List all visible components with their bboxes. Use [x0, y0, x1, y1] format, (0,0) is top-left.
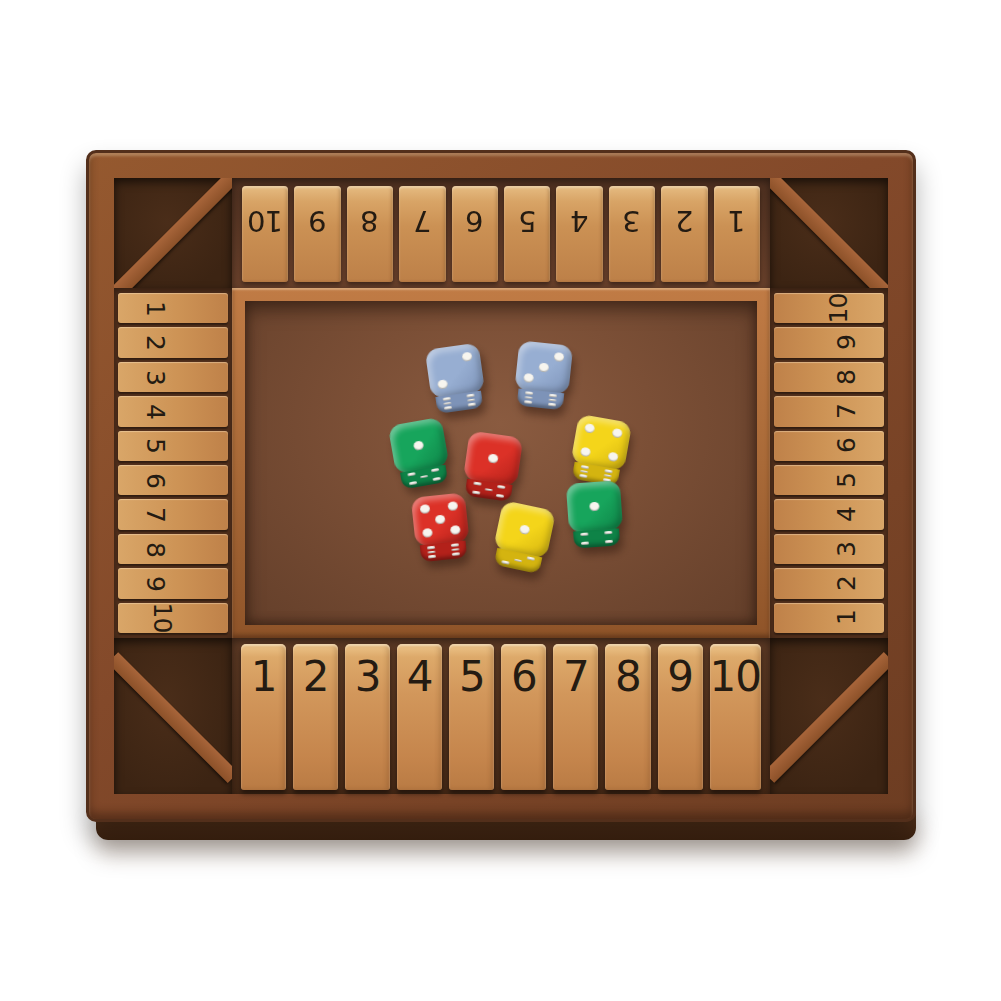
- tile-east-8[interactable]: 8: [774, 362, 884, 392]
- tile-number: 10: [827, 293, 852, 323]
- die-pip: [468, 403, 476, 407]
- die-green-2[interactable]: [565, 481, 623, 550]
- die-pip-empty: [591, 447, 607, 462]
- die-pip: [452, 548, 460, 551]
- die-pip: [584, 422, 596, 433]
- die-pip-empty: [523, 359, 538, 373]
- die-pip-empty: [586, 488, 601, 501]
- die-pip-empty: [522, 564, 535, 571]
- tile-number: 8: [834, 370, 859, 385]
- tile-track-north: 10987654321: [232, 178, 770, 288]
- die-pip-empty: [419, 515, 434, 529]
- die-pip: [419, 504, 430, 514]
- tile-north-3[interactable]: 3: [609, 186, 655, 282]
- tile-number: 5: [143, 438, 168, 453]
- corner-pocket-southeast: [770, 638, 888, 794]
- die-blue-1[interactable]: [425, 343, 488, 415]
- tile-number: 2: [143, 335, 168, 350]
- die-pip: [444, 402, 452, 406]
- die-pip: [422, 529, 433, 539]
- die-pip: [607, 451, 619, 462]
- die-pip: [579, 474, 587, 478]
- tile-west-4[interactable]: 4: [118, 396, 228, 426]
- die-top-face-5: [411, 493, 470, 547]
- tile-west-1[interactable]: 1: [118, 293, 228, 323]
- die-pip: [428, 555, 436, 558]
- die-pip: [525, 401, 533, 404]
- die-pip: [450, 526, 461, 536]
- tile-north-8[interactable]: 8: [347, 186, 393, 282]
- die-yellow-2[interactable]: [490, 500, 556, 575]
- tile-number: 9: [834, 335, 859, 350]
- tile-south-6[interactable]: 6: [501, 644, 546, 790]
- tile-west-5[interactable]: 5: [118, 431, 228, 461]
- die-pip: [549, 403, 557, 406]
- tile-north-5[interactable]: 5: [504, 186, 550, 282]
- die-pip: [580, 469, 588, 473]
- die-pip-empty: [511, 562, 524, 569]
- die-pip-empty: [431, 501, 446, 515]
- die-pip-empty: [438, 553, 450, 559]
- tile-east-9[interactable]: 9: [774, 327, 884, 357]
- tile-number: 5: [519, 206, 536, 235]
- die-pip: [539, 363, 550, 373]
- tile-number: 4: [571, 206, 588, 235]
- die-pip: [410, 481, 418, 485]
- tile-south-1[interactable]: 1: [241, 644, 286, 790]
- tile-north-6[interactable]: 6: [452, 186, 498, 282]
- die-pip: [581, 465, 589, 469]
- tile-east-5[interactable]: 5: [774, 465, 884, 495]
- die-red-1[interactable]: [461, 430, 524, 502]
- tile-west-2[interactable]: 2: [118, 327, 228, 357]
- tile-number: 3: [355, 656, 381, 698]
- tile-south-10[interactable]: 10: [710, 644, 761, 790]
- die-pip-empty: [483, 482, 496, 488]
- tile-number: 1: [728, 206, 745, 235]
- die-pip: [581, 542, 589, 545]
- die-pip: [444, 407, 452, 411]
- die-pip: [467, 394, 475, 398]
- tile-east-10[interactable]: 10: [774, 293, 884, 323]
- tile-south-7[interactable]: 7: [553, 644, 598, 790]
- die-pip: [434, 515, 445, 525]
- die-pip: [519, 524, 531, 535]
- product-photo-scene: 10987654321 12345678910 10987654321 1234…: [0, 0, 1001, 1001]
- tile-number: 1: [834, 610, 859, 625]
- die-pip-empty: [417, 469, 430, 476]
- tile-number: 6: [511, 656, 537, 698]
- tile-east-4[interactable]: 4: [774, 499, 884, 529]
- tile-number: 7: [414, 206, 431, 235]
- tile-number: 2: [676, 206, 693, 235]
- die-pip-empty: [601, 512, 616, 525]
- die-pip: [549, 394, 557, 397]
- corner-brace: [114, 652, 232, 783]
- tile-south-8[interactable]: 8: [605, 644, 650, 790]
- die-pip: [525, 396, 533, 399]
- die-pip: [604, 469, 612, 473]
- tile-number: 7: [834, 404, 859, 419]
- die-front-face-6: [420, 541, 468, 563]
- tile-number: 4: [143, 404, 168, 419]
- die-pip-empty: [538, 349, 553, 363]
- die-yellow-1[interactable]: [567, 413, 631, 486]
- tile-number: 6: [143, 473, 168, 488]
- tile-east-7[interactable]: 7: [774, 396, 884, 426]
- die-pip: [523, 373, 534, 383]
- tile-west-9[interactable]: 9: [118, 568, 228, 598]
- tile-number: 5: [834, 473, 859, 488]
- tile-west-8[interactable]: 8: [118, 534, 228, 564]
- die-pip: [496, 494, 504, 498]
- tile-number: 8: [361, 206, 378, 235]
- tile-north-7[interactable]: 7: [399, 186, 445, 282]
- board-inner: 10987654321 12345678910 10987654321 1234…: [114, 178, 888, 794]
- tile-number: 7: [563, 656, 589, 698]
- die-pip: [604, 473, 612, 477]
- die-pip-empty: [482, 491, 495, 497]
- die-pip-empty: [549, 375, 564, 389]
- corner-pocket-northeast: [770, 178, 888, 288]
- die-pip: [501, 561, 509, 565]
- tile-south-9[interactable]: 9: [658, 644, 703, 790]
- tile-west-6[interactable]: 6: [118, 465, 228, 495]
- die-top-face-1: [565, 481, 622, 534]
- die-pip: [549, 398, 557, 401]
- tile-number: 8: [615, 656, 641, 698]
- dice-felt: [245, 301, 757, 625]
- corner-pocket-northwest: [114, 178, 232, 288]
- center-rail: [232, 288, 770, 638]
- tile-number: 9: [143, 576, 168, 591]
- tile-number: 9: [309, 206, 326, 235]
- die-front-face-4: [573, 529, 620, 549]
- die-front-face-6: [517, 389, 565, 411]
- tile-number: 8: [143, 542, 168, 557]
- corner-brace: [114, 178, 232, 288]
- die-pip-empty: [573, 514, 588, 527]
- tile-north-9[interactable]: 9: [294, 186, 340, 282]
- die-top-face-3: [515, 340, 574, 394]
- tile-number: 10: [710, 656, 761, 698]
- tile-east-1[interactable]: 1: [774, 603, 884, 633]
- tile-track-west: 12345678910: [114, 288, 232, 638]
- tile-west-7[interactable]: 7: [118, 499, 228, 529]
- tile-west-3[interactable]: 3: [118, 362, 228, 392]
- tile-number: 10: [150, 603, 175, 633]
- die-pip-empty: [446, 512, 461, 526]
- tile-south-4[interactable]: 4: [397, 644, 442, 790]
- tile-number: 5: [459, 656, 485, 698]
- die-pip-empty: [434, 525, 449, 539]
- die-red-2[interactable]: [411, 493, 471, 563]
- die-pip: [611, 427, 623, 438]
- tile-number: 1: [143, 301, 168, 316]
- die-pip: [413, 440, 425, 451]
- die-pip-empty: [463, 374, 479, 388]
- tile-north-2[interactable]: 2: [661, 186, 707, 282]
- die-pip-empty: [607, 437, 623, 452]
- die-pip-empty: [528, 537, 544, 552]
- tile-number: 6: [466, 206, 483, 235]
- tile-number: 9: [667, 656, 693, 698]
- tile-number: 7: [143, 507, 168, 522]
- tile-south-2[interactable]: 2: [293, 644, 338, 790]
- tile-number: 4: [834, 507, 859, 522]
- die-pip: [451, 544, 459, 547]
- die-pip-empty: [498, 465, 514, 479]
- tile-north-10[interactable]: 10: [242, 186, 288, 282]
- tile-north-4[interactable]: 4: [556, 186, 602, 282]
- tile-east-2[interactable]: 2: [774, 568, 884, 598]
- die-pip: [472, 491, 480, 495]
- die-green-1[interactable]: [388, 417, 452, 490]
- die-pip: [452, 553, 460, 556]
- tile-north-1[interactable]: 1: [714, 186, 760, 282]
- tile-number: 10: [248, 206, 283, 235]
- tile-south-5[interactable]: 5: [449, 644, 494, 790]
- die-pip: [554, 352, 565, 362]
- tile-track-east: 10987654321: [770, 288, 888, 638]
- tile-east-6[interactable]: 6: [774, 431, 884, 461]
- die-pip-empty: [590, 540, 602, 545]
- shut-the-box-board: 10987654321 12345678910 10987654321 1234…: [86, 150, 916, 822]
- die-pip: [447, 501, 458, 511]
- die-pip: [526, 391, 534, 394]
- die-pip-empty: [427, 448, 443, 463]
- tile-number: 2: [303, 656, 329, 698]
- die-pip-empty: [419, 478, 432, 485]
- die-pip: [487, 453, 499, 463]
- die-pip: [468, 399, 476, 403]
- tile-number: 4: [407, 656, 433, 698]
- die-blue-2[interactable]: [513, 340, 573, 410]
- tile-west-10[interactable]: 10: [118, 603, 228, 633]
- tile-east-3[interactable]: 3: [774, 534, 884, 564]
- die-pip-empty: [454, 404, 467, 410]
- die-pip: [579, 447, 591, 458]
- corner-brace: [770, 652, 888, 783]
- tile-number: 1: [251, 656, 277, 698]
- tile-number: 6: [834, 438, 859, 453]
- corner-brace: [770, 178, 888, 288]
- die-pip: [443, 397, 451, 401]
- tile-number: 3: [623, 206, 640, 235]
- tile-south-3[interactable]: 3: [345, 644, 390, 790]
- die-pip: [428, 551, 436, 554]
- die-pip-empty: [534, 401, 546, 407]
- die-pip: [588, 502, 599, 512]
- die-pip: [427, 546, 435, 549]
- die-pip-empty: [587, 513, 602, 526]
- tile-number: 3: [834, 542, 859, 557]
- die-pip: [462, 352, 474, 362]
- die-pip: [433, 477, 441, 481]
- die-top-face-1: [463, 430, 523, 486]
- corner-pocket-southwest: [114, 638, 232, 794]
- tile-number: 3: [143, 370, 168, 385]
- die-pip: [605, 541, 613, 544]
- tile-number: 2: [834, 576, 859, 591]
- die-pip: [437, 380, 449, 390]
- tile-track-south: 12345678910: [232, 638, 770, 794]
